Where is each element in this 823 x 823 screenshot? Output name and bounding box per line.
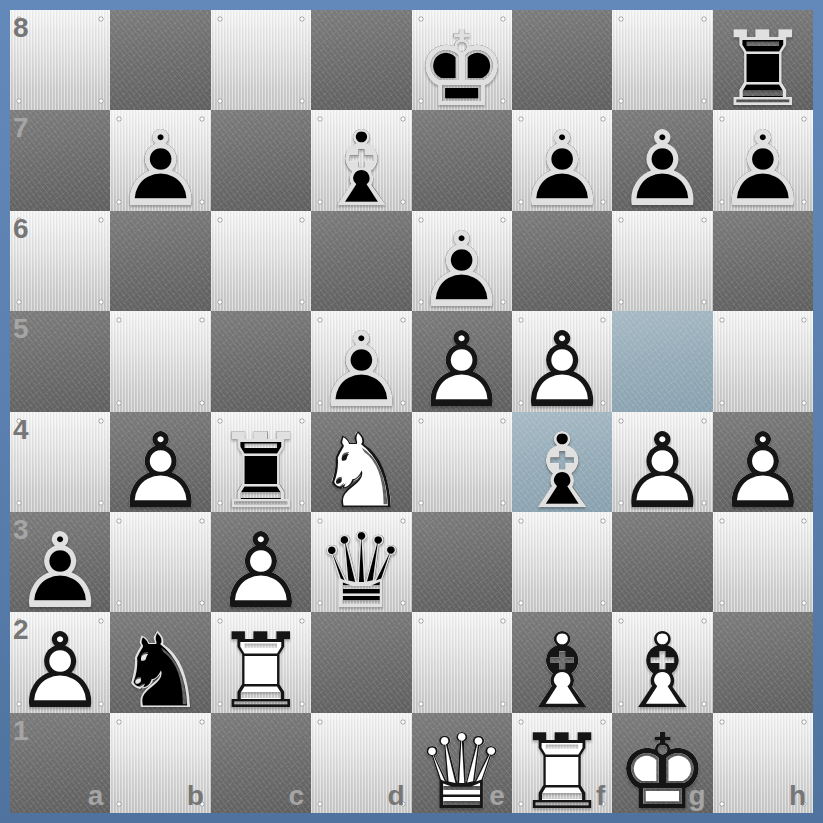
square-e6[interactable]: ♟♙ <box>412 211 512 311</box>
square-a8[interactable]: 8 <box>10 10 110 110</box>
white-pawn[interactable]: ♟♙ <box>412 311 512 411</box>
piece-outline-icon: ♕ <box>415 720 508 823</box>
chess-board: 8♚♔♜♖7♟♙♝♗♟♙♟♙♟♙6♟♙5♟♙♟♙♟♙4♟♙♜♖♞♘♝♗♟♙♟♙3… <box>10 10 813 813</box>
black-king[interactable]: ♚♔ <box>412 10 512 110</box>
square-e5[interactable]: ♟♙ <box>412 311 512 411</box>
black-queen[interactable]: ♛♕ <box>311 512 411 612</box>
square-b4[interactable]: ♟♙ <box>110 412 210 512</box>
piece-outline-icon: ♘ <box>315 419 408 523</box>
square-g1[interactable]: g♚♔ <box>612 713 712 813</box>
piece-outline-icon: ♔ <box>616 720 709 823</box>
black-rook[interactable]: ♜♖ <box>713 10 813 110</box>
rank-label-7: 7 <box>13 114 29 142</box>
white-king[interactable]: ♚♔ <box>612 713 712 813</box>
black-pawn[interactable]: ♟♙ <box>311 311 411 411</box>
piece-outline-icon: ♗ <box>616 619 709 723</box>
black-pawn[interactable]: ♟♙ <box>713 110 813 210</box>
piece-outline-icon: ♖ <box>214 419 307 523</box>
square-a6[interactable]: 6 <box>10 211 110 311</box>
white-bishop[interactable]: ♝♗ <box>512 612 612 712</box>
square-e2[interactable] <box>412 612 512 712</box>
piece-outline-icon: ♕ <box>315 519 408 623</box>
piece-outline-icon: ♙ <box>616 419 709 523</box>
file-label-d: d <box>387 782 404 810</box>
piece-outline-icon: ♙ <box>14 519 107 623</box>
square-h7[interactable]: ♟♙ <box>713 110 813 210</box>
white-pawn[interactable]: ♟♙ <box>10 612 110 712</box>
square-g7[interactable]: ♟♙ <box>612 110 712 210</box>
white-pawn[interactable]: ♟♙ <box>612 412 712 512</box>
black-bishop[interactable]: ♝♗ <box>512 412 612 512</box>
square-d8[interactable] <box>311 10 411 110</box>
white-knight[interactable]: ♞♘ <box>311 412 411 512</box>
file-label-a: a <box>88 782 104 810</box>
square-h1[interactable]: h <box>713 713 813 813</box>
piece-outline-icon: ♔ <box>415 17 508 121</box>
square-g2[interactable]: ♝♗ <box>612 612 712 712</box>
square-a7[interactable]: 7 <box>10 110 110 210</box>
square-d5[interactable]: ♟♙ <box>311 311 411 411</box>
rank-label-5: 5 <box>13 315 29 343</box>
square-d1[interactable]: d <box>311 713 411 813</box>
square-c7[interactable] <box>211 110 311 210</box>
black-bishop[interactable]: ♝♗ <box>311 110 411 210</box>
square-c2[interactable]: ♜♖ <box>211 612 311 712</box>
square-c5[interactable] <box>211 311 311 411</box>
black-pawn[interactable]: ♟♙ <box>412 211 512 311</box>
square-f2[interactable]: ♝♗ <box>512 612 612 712</box>
piece-outline-icon: ♙ <box>616 117 709 221</box>
square-c6[interactable] <box>211 211 311 311</box>
rank-label-8: 8 <box>13 14 29 42</box>
square-h2[interactable] <box>713 612 813 712</box>
square-f5[interactable]: ♟♙ <box>512 311 612 411</box>
piece-outline-icon: ♙ <box>214 519 307 623</box>
square-f7[interactable]: ♟♙ <box>512 110 612 210</box>
white-queen[interactable]: ♛♕ <box>412 713 512 813</box>
file-label-h: h <box>789 782 806 810</box>
square-c4[interactable]: ♜♖ <box>211 412 311 512</box>
piece-outline-icon: ♙ <box>716 117 809 221</box>
square-b8[interactable] <box>110 10 210 110</box>
file-label-c: c <box>289 782 305 810</box>
square-g8[interactable] <box>612 10 712 110</box>
square-h8[interactable]: ♜♖ <box>713 10 813 110</box>
square-a4[interactable]: 4 <box>10 412 110 512</box>
piece-outline-icon: ♖ <box>716 17 809 121</box>
square-a2[interactable]: 2♟♙ <box>10 612 110 712</box>
piece-outline-icon: ♙ <box>114 117 207 221</box>
rank-label-6: 6 <box>13 215 29 243</box>
square-b7[interactable]: ♟♙ <box>110 110 210 210</box>
piece-outline-icon: ♗ <box>515 619 608 723</box>
square-g4[interactable]: ♟♙ <box>612 412 712 512</box>
square-e1[interactable]: e♛♕ <box>412 713 512 813</box>
black-pawn[interactable]: ♟♙ <box>10 512 110 612</box>
black-pawn[interactable]: ♟♙ <box>612 110 712 210</box>
square-b2[interactable]: ♞♘ <box>110 612 210 712</box>
white-pawn[interactable]: ♟♙ <box>512 311 612 411</box>
piece-outline-icon: ♙ <box>315 318 408 422</box>
white-rook[interactable]: ♜♖ <box>512 713 612 813</box>
black-pawn[interactable]: ♟♙ <box>110 110 210 210</box>
square-c3[interactable]: ♟♙ <box>211 512 311 612</box>
square-a5[interactable]: 5 <box>10 311 110 411</box>
square-h5[interactable] <box>713 311 813 411</box>
black-rook[interactable]: ♜♖ <box>211 412 311 512</box>
square-d3[interactable]: ♛♕ <box>311 512 411 612</box>
piece-outline-icon: ♙ <box>415 318 508 422</box>
white-pawn[interactable]: ♟♙ <box>713 412 813 512</box>
square-d4[interactable]: ♞♘ <box>311 412 411 512</box>
piece-outline-icon: ♙ <box>716 419 809 523</box>
white-pawn[interactable]: ♟♙ <box>211 512 311 612</box>
file-label-b: b <box>187 782 204 810</box>
board-frame: 8♚♔♜♖7♟♙♝♗♟♙♟♙♟♙6♟♙5♟♙♟♙♟♙4♟♙♜♖♞♘♝♗♟♙♟♙3… <box>0 0 823 823</box>
black-knight[interactable]: ♞♘ <box>110 612 210 712</box>
white-rook[interactable]: ♜♖ <box>211 612 311 712</box>
square-g5[interactable] <box>612 311 712 411</box>
piece-outline-icon: ♙ <box>515 318 608 422</box>
square-e3[interactable] <box>412 512 512 612</box>
piece-outline-icon: ♖ <box>214 619 307 723</box>
piece-outline-icon: ♙ <box>515 117 608 221</box>
square-d7[interactable]: ♝♗ <box>311 110 411 210</box>
piece-outline-icon: ♗ <box>315 117 408 221</box>
square-c8[interactable] <box>211 10 311 110</box>
square-f1[interactable]: f♜♖ <box>512 713 612 813</box>
square-b5[interactable] <box>110 311 210 411</box>
square-a3[interactable]: 3♟♙ <box>10 512 110 612</box>
piece-outline-icon: ♙ <box>14 619 107 723</box>
rank-label-4: 4 <box>13 416 29 444</box>
square-f8[interactable] <box>512 10 612 110</box>
piece-outline-icon: ♙ <box>415 218 508 322</box>
piece-outline-icon: ♘ <box>114 619 207 723</box>
piece-outline-icon: ♙ <box>114 419 207 523</box>
white-bishop[interactable]: ♝♗ <box>612 612 712 712</box>
black-pawn[interactable]: ♟♙ <box>512 110 612 210</box>
white-pawn[interactable]: ♟♙ <box>110 412 210 512</box>
square-e8[interactable]: ♚♔ <box>412 10 512 110</box>
piece-outline-icon: ♖ <box>515 720 608 823</box>
piece-outline-icon: ♗ <box>515 419 608 523</box>
square-h4[interactable]: ♟♙ <box>713 412 813 512</box>
square-f4[interactable]: ♝♗ <box>512 412 612 512</box>
